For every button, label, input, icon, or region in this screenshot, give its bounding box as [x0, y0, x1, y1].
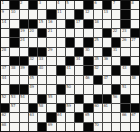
clue-number: 59 [66, 104, 70, 108]
white-cell[interactable] [121, 76, 129, 84]
clue-number: 67 [131, 113, 135, 117]
clue-number: 27 [131, 38, 135, 42]
white-cell[interactable] [84, 29, 92, 37]
clue-number: 45 [29, 76, 33, 80]
black-cell [121, 104, 129, 112]
white-cell[interactable] [57, 48, 65, 56]
white-cell[interactable] [75, 29, 83, 37]
white-cell[interactable]: 19 [20, 29, 28, 37]
white-cell[interactable] [66, 29, 74, 37]
white-cell[interactable]: 54 [20, 95, 28, 103]
clue-number: 21 [48, 29, 52, 33]
black-cell [29, 1, 37, 9]
white-cell[interactable] [94, 10, 102, 18]
clue-number: 70 [94, 123, 98, 127]
black-cell [47, 10, 55, 18]
clue-number: 2 [20, 1, 22, 5]
white-cell[interactable] [1, 85, 9, 93]
white-cell[interactable] [10, 20, 18, 28]
white-cell[interactable]: 23 [121, 29, 129, 37]
clue-number: 65 [85, 113, 89, 117]
white-cell[interactable] [131, 95, 139, 103]
white-cell[interactable] [131, 20, 139, 28]
white-cell[interactable]: 8 [131, 1, 139, 9]
clue-number: 49 [29, 85, 33, 89]
white-cell[interactable] [131, 85, 139, 93]
white-cell[interactable] [112, 113, 120, 121]
white-cell[interactable] [121, 48, 129, 56]
black-cell [57, 104, 65, 112]
white-cell[interactable] [94, 113, 102, 121]
white-cell[interactable]: 11 [57, 10, 65, 18]
black-cell [1, 104, 9, 112]
clue-number: 37 [2, 66, 6, 70]
black-cell [29, 48, 37, 56]
white-cell[interactable] [75, 123, 83, 131]
clue-number: 30 [85, 48, 89, 52]
clue-number: 52 [2, 95, 6, 99]
black-cell [10, 29, 18, 37]
black-cell [10, 57, 18, 65]
white-cell[interactable] [38, 85, 46, 93]
white-cell[interactable] [29, 10, 37, 18]
white-cell[interactable] [112, 104, 120, 112]
white-cell[interactable]: 64 [57, 113, 65, 121]
clue-number: 35 [94, 57, 98, 61]
black-cell [84, 57, 92, 65]
white-cell[interactable] [10, 76, 18, 84]
clue-number: 20 [29, 29, 33, 33]
clue-number: 62 [2, 113, 6, 117]
white-cell[interactable]: 48 [131, 76, 139, 84]
white-cell[interactable]: 1 [1, 1, 9, 9]
clue-number: 69 [48, 123, 52, 127]
black-cell [20, 57, 28, 65]
black-cell [29, 104, 37, 112]
white-cell[interactable]: 12 [84, 10, 92, 18]
white-cell[interactable]: 45 [29, 76, 37, 84]
white-cell[interactable] [47, 76, 55, 84]
white-cell[interactable] [66, 113, 74, 121]
clue-number: 22 [113, 29, 117, 33]
white-cell[interactable] [75, 38, 83, 46]
white-cell[interactable] [94, 85, 102, 93]
black-cell [112, 85, 120, 93]
white-cell[interactable] [84, 85, 92, 93]
white-cell[interactable]: 21 [47, 29, 55, 37]
black-cell [84, 104, 92, 112]
black-cell [75, 48, 83, 56]
clue-number: 12 [85, 10, 89, 14]
white-cell[interactable]: 50 [66, 85, 74, 93]
clue-number: 10 [11, 10, 15, 14]
white-cell[interactable] [112, 123, 120, 131]
black-cell [38, 29, 46, 37]
clue-number: 23 [122, 29, 126, 33]
white-cell[interactable]: 36 [103, 57, 111, 65]
white-cell[interactable] [94, 48, 102, 56]
white-cell[interactable]: 16 [47, 20, 55, 28]
white-cell[interactable]: 69 [47, 123, 55, 131]
clue-number: 11 [57, 10, 61, 14]
crossword-grid: 1234567891011121314151617181920212223242… [0, 0, 140, 132]
white-cell[interactable]: 49 [29, 85, 37, 93]
white-cell[interactable] [20, 48, 28, 56]
clue-number: 54 [20, 95, 24, 99]
clue-number: 66 [122, 113, 126, 117]
clue-number: 61 [103, 104, 107, 108]
black-cell [47, 113, 55, 121]
white-cell[interactable] [20, 10, 28, 18]
white-cell[interactable]: 40 [38, 66, 46, 74]
white-cell[interactable]: 30 [84, 48, 92, 56]
black-cell [131, 66, 139, 74]
white-cell[interactable] [112, 57, 120, 65]
clue-number: 18 [94, 20, 98, 24]
white-cell[interactable]: 10 [10, 10, 18, 18]
white-cell[interactable] [66, 10, 74, 18]
clue-number: 9 [2, 10, 4, 14]
black-cell [84, 38, 92, 46]
white-cell[interactable]: 27 [131, 38, 139, 46]
white-cell[interactable] [47, 66, 55, 74]
white-cell[interactable]: 53 [10, 95, 18, 103]
white-cell[interactable] [66, 48, 74, 56]
clue-number: 26 [122, 38, 126, 42]
white-cell[interactable]: 34 [75, 57, 83, 65]
white-cell[interactable]: 4 [57, 1, 65, 9]
black-cell [20, 85, 28, 93]
white-cell[interactable] [84, 95, 92, 103]
white-cell[interactable]: 14 [1, 20, 9, 28]
clue-number: 5 [66, 1, 68, 5]
black-cell [75, 113, 83, 121]
white-cell[interactable] [10, 48, 18, 56]
white-cell[interactable]: 39 [20, 66, 28, 74]
white-cell[interactable] [103, 85, 111, 93]
black-cell [38, 123, 46, 131]
clue-number: 16 [48, 20, 52, 24]
white-cell[interactable]: 33 [38, 57, 46, 65]
white-cell[interactable] [75, 1, 83, 9]
white-cell[interactable] [57, 29, 65, 37]
clue-number: 13 [103, 10, 107, 14]
white-cell[interactable] [57, 123, 65, 131]
clue-number: 44 [2, 76, 6, 80]
black-cell [29, 20, 37, 28]
black-cell [121, 95, 129, 103]
white-cell[interactable] [20, 123, 28, 131]
white-cell[interactable] [47, 104, 55, 112]
black-cell [103, 95, 111, 103]
white-cell[interactable] [57, 76, 65, 84]
white-cell[interactable]: 68 [1, 123, 9, 131]
white-cell[interactable]: 42 [94, 66, 102, 74]
black-cell [112, 38, 120, 46]
clue-number: 56 [113, 95, 117, 99]
white-cell[interactable] [103, 113, 111, 121]
clue-number: 42 [94, 66, 98, 70]
clue-number: 39 [20, 66, 24, 70]
white-cell[interactable] [131, 123, 139, 131]
white-cell[interactable] [47, 57, 55, 65]
white-cell[interactable] [131, 48, 139, 56]
clue-number: 33 [39, 57, 43, 61]
white-cell[interactable] [38, 76, 46, 84]
black-cell [103, 29, 111, 37]
white-cell[interactable]: 25 [94, 38, 102, 46]
white-cell[interactable] [112, 20, 120, 28]
black-cell [20, 20, 28, 28]
clue-number: 15 [39, 20, 43, 24]
white-cell[interactable]: 3 [38, 1, 46, 9]
white-cell[interactable]: 9 [1, 10, 9, 18]
white-cell[interactable] [103, 20, 111, 28]
clue-number: 53 [11, 95, 15, 99]
white-cell[interactable] [75, 76, 83, 84]
black-cell [84, 20, 92, 28]
clue-number: 51 [122, 85, 126, 89]
white-cell[interactable]: 47 [103, 76, 111, 84]
white-cell[interactable] [57, 95, 65, 103]
black-cell [38, 48, 46, 56]
white-cell[interactable] [47, 38, 55, 46]
black-cell [131, 104, 139, 112]
white-cell[interactable] [10, 123, 18, 131]
white-cell[interactable]: 43 [121, 66, 129, 74]
clue-number: 63 [29, 113, 33, 117]
white-cell[interactable]: 41 [66, 66, 74, 74]
white-cell[interactable] [66, 76, 74, 84]
white-cell[interactable] [20, 113, 28, 121]
clue-number: 1 [2, 1, 4, 5]
white-cell[interactable]: 13 [103, 10, 111, 18]
clue-number: 3 [39, 1, 41, 5]
black-cell [10, 85, 18, 93]
black-cell [75, 10, 83, 18]
white-cell[interactable]: 62 [1, 113, 9, 121]
white-cell[interactable] [29, 123, 37, 131]
black-cell [84, 123, 92, 131]
white-cell[interactable]: 28 [1, 48, 9, 56]
white-cell[interactable]: 32 [29, 57, 37, 65]
white-cell[interactable]: 15 [38, 20, 46, 28]
white-cell[interactable]: 46 [84, 76, 92, 84]
black-cell [75, 95, 83, 103]
clue-number: 46 [85, 76, 89, 80]
white-cell[interactable] [20, 104, 28, 112]
white-cell[interactable] [75, 66, 83, 74]
clue-number: 68 [2, 123, 6, 127]
black-cell [121, 57, 129, 65]
white-cell[interactable] [103, 123, 111, 131]
crossword-puzzle: 1234567891011121314151617181920212223242… [0, 0, 140, 132]
white-cell[interactable] [75, 104, 83, 112]
white-cell[interactable] [47, 1, 55, 9]
clue-number: 24 [20, 38, 24, 42]
white-cell[interactable]: 70 [94, 123, 102, 131]
white-cell[interactable] [103, 38, 111, 46]
white-cell[interactable] [29, 95, 37, 103]
black-cell [112, 66, 120, 74]
white-cell[interactable] [103, 66, 111, 74]
white-cell[interactable]: 66 [121, 113, 129, 121]
black-cell [103, 1, 111, 9]
white-cell[interactable]: 35 [94, 57, 102, 65]
white-cell[interactable]: 57 [10, 104, 18, 112]
black-cell [84, 66, 92, 74]
black-cell [94, 76, 102, 84]
clue-number: 32 [29, 57, 33, 61]
white-cell[interactable] [121, 123, 129, 131]
black-cell [84, 1, 92, 9]
white-cell[interactable]: 67 [131, 113, 139, 121]
white-cell[interactable] [38, 10, 46, 18]
clue-number: 60 [94, 104, 98, 108]
white-cell[interactable] [47, 85, 55, 93]
white-cell[interactable]: 7 [112, 1, 120, 9]
white-cell[interactable]: 60 [94, 104, 102, 112]
clue-number: 6 [94, 1, 96, 5]
white-cell[interactable] [112, 76, 120, 84]
white-cell[interactable]: 51 [121, 85, 129, 93]
white-cell[interactable] [1, 57, 9, 65]
white-cell[interactable]: 26 [121, 38, 129, 46]
white-cell[interactable] [10, 113, 18, 121]
white-cell[interactable]: 58 [38, 104, 46, 112]
black-cell [66, 57, 74, 65]
clue-number: 41 [66, 66, 70, 70]
clue-number: 50 [66, 85, 70, 89]
clue-number: 29 [48, 48, 52, 52]
white-cell[interactable]: 18 [94, 20, 102, 28]
white-cell[interactable]: 37 [1, 66, 9, 74]
clue-number: 25 [94, 38, 98, 42]
clue-number: 55 [48, 95, 52, 99]
black-cell [94, 95, 102, 103]
clue-number: 17 [76, 20, 80, 24]
clue-number: 47 [103, 76, 107, 80]
white-cell[interactable]: 55 [47, 95, 55, 103]
white-cell[interactable] [29, 38, 37, 46]
black-cell [57, 85, 65, 93]
white-cell[interactable] [131, 57, 139, 65]
white-cell[interactable] [75, 85, 83, 93]
clue-number: 7 [113, 1, 115, 5]
clue-number: 28 [2, 48, 6, 52]
black-cell [29, 66, 37, 74]
white-cell[interactable] [1, 38, 9, 46]
white-cell[interactable] [38, 38, 46, 46]
white-cell[interactable]: 6 [94, 1, 102, 9]
black-cell [121, 10, 129, 18]
black-cell [10, 1, 18, 9]
white-cell[interactable] [20, 76, 28, 84]
black-cell [103, 48, 111, 56]
black-cell [66, 20, 74, 28]
clue-number: 34 [76, 57, 80, 61]
white-cell[interactable]: 38 [10, 66, 18, 74]
clue-number: 57 [11, 104, 15, 108]
white-cell[interactable]: 20 [29, 29, 37, 37]
white-cell[interactable] [57, 57, 65, 65]
clue-number: 40 [39, 66, 43, 70]
clue-number: 31 [113, 48, 117, 52]
white-cell[interactable]: 52 [1, 95, 9, 103]
white-cell[interactable]: 65 [84, 113, 92, 121]
white-cell[interactable] [112, 10, 120, 18]
white-cell[interactable]: 61 [103, 104, 111, 112]
black-cell [121, 20, 129, 28]
white-cell[interactable] [94, 29, 102, 37]
clue-number: 43 [122, 66, 126, 70]
white-cell[interactable]: 22 [112, 29, 120, 37]
white-cell[interactable]: 59 [66, 104, 74, 112]
clue-number: 14 [2, 20, 6, 24]
clue-number: 58 [39, 104, 43, 108]
white-cell[interactable]: 5 [66, 1, 74, 9]
white-cell[interactable] [66, 123, 74, 131]
white-cell[interactable] [131, 10, 139, 18]
clue-number: 8 [131, 1, 133, 5]
white-cell[interactable]: 2 [20, 1, 28, 9]
white-cell[interactable]: 63 [29, 113, 37, 121]
white-cell[interactable] [66, 95, 74, 103]
black-cell [38, 95, 46, 103]
black-cell [131, 29, 139, 37]
white-cell[interactable]: 56 [112, 95, 120, 103]
white-cell[interactable]: 24 [20, 38, 28, 46]
clue-number: 4 [57, 1, 59, 5]
white-cell[interactable] [57, 20, 65, 28]
white-cell[interactable]: 17 [75, 20, 83, 28]
white-cell[interactable]: 31 [112, 48, 120, 56]
white-cell[interactable] [1, 29, 9, 37]
clue-number: 19 [20, 29, 24, 33]
clue-number: 64 [57, 113, 61, 117]
clue-number: 38 [11, 66, 15, 70]
white-cell[interactable] [38, 113, 46, 121]
white-cell[interactable] [57, 38, 65, 46]
clue-number: 36 [103, 57, 107, 61]
white-cell[interactable]: 44 [1, 76, 9, 84]
black-cell [57, 66, 65, 74]
white-cell[interactable]: 29 [47, 48, 55, 56]
clue-number: 48 [131, 76, 135, 80]
black-cell [121, 1, 129, 9]
black-cell [66, 38, 74, 46]
black-cell [10, 38, 18, 46]
